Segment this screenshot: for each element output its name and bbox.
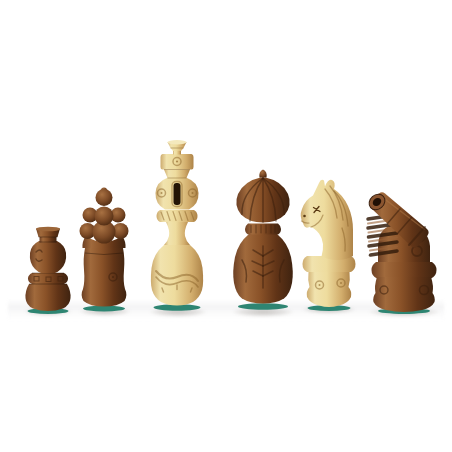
chess-piece-pawn xyxy=(22,226,74,314)
bishop-body xyxy=(82,248,127,307)
king-bell-base xyxy=(151,245,203,306)
chess-piece-knight xyxy=(298,176,360,313)
pawn-body xyxy=(30,241,66,273)
chess-piece-bishop xyxy=(77,186,131,314)
chess-piece-rook xyxy=(362,189,446,315)
chess-pieces-photo xyxy=(0,0,452,452)
chess-piece-king xyxy=(145,138,209,314)
pawn-base xyxy=(25,284,70,311)
bishop-ball-cluster xyxy=(80,188,129,244)
queen-gather-ring xyxy=(245,224,281,235)
king-waist xyxy=(164,222,190,245)
king-head-slot xyxy=(174,183,181,205)
pawn-figure xyxy=(22,226,74,314)
king-figure xyxy=(145,138,209,314)
queen-figure xyxy=(229,168,297,314)
felt-base xyxy=(238,303,288,310)
rook-mid-ring xyxy=(372,262,437,279)
chess-piece-queen xyxy=(229,168,297,314)
pawn-rim-top xyxy=(36,227,60,232)
knight-nostril xyxy=(303,215,306,218)
knight-base xyxy=(307,272,351,307)
rook-figure xyxy=(362,189,446,315)
queen-top-knob xyxy=(259,170,266,178)
bishop-figure xyxy=(77,186,131,314)
king-step-flange xyxy=(164,170,190,179)
knight-figure xyxy=(298,176,360,313)
